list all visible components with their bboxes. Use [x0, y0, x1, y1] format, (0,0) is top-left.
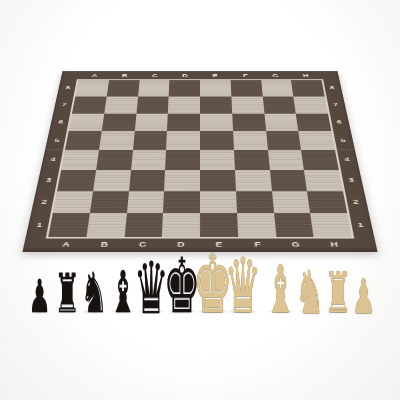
white-king-glyph: ♚: [193, 243, 233, 325]
file-labels-bottom: ABCDEFGH: [45, 237, 354, 252]
square-b8: [107, 80, 140, 96]
square-a7: [72, 96, 106, 113]
coord-label-4: 4: [335, 150, 359, 170]
square-g5: [266, 131, 302, 150]
piece-shadow: [166, 309, 198, 314]
square-c5: [133, 131, 168, 150]
square-h7: [293, 96, 327, 113]
white-queen-glyph: ♛: [224, 248, 261, 324]
white-bishop-glyph: ♝: [265, 257, 298, 323]
white-knight-glyph: ♞: [295, 262, 325, 322]
coord-label-F: F: [238, 237, 277, 252]
square-d5: [166, 131, 200, 150]
coord-label-E: E: [200, 71, 230, 80]
square-c2: [126, 191, 164, 213]
black-king-glyph: ♚: [163, 248, 200, 324]
coord-label-6: 6: [328, 113, 351, 131]
piece-shadow: [227, 309, 259, 314]
square-f7: [231, 96, 264, 113]
white-pawn-glyph: ♟: [352, 272, 376, 320]
square-g1: [274, 213, 314, 237]
square-h8: [291, 80, 324, 96]
square-g4: [268, 150, 305, 170]
square-b7: [104, 96, 138, 113]
coord-label-8: 8: [322, 80, 344, 96]
square-c1: [124, 213, 163, 237]
square-a3: [57, 170, 96, 191]
board-squares: [48, 80, 352, 237]
piece-shadow: [297, 309, 322, 314]
piece-shadow: [267, 309, 295, 314]
square-f4: [234, 150, 270, 170]
square-c7: [136, 96, 169, 113]
black-rook-glyph: ♜: [54, 267, 81, 321]
square-g3: [269, 170, 307, 191]
square-h3: [304, 170, 343, 191]
coord-label-C: C: [123, 237, 162, 252]
square-e2: [200, 191, 237, 213]
square-g7: [262, 96, 296, 113]
coord-label-G: G: [260, 71, 291, 80]
square-c6: [134, 113, 168, 131]
chessboard: ABCDEFGH ABCDEFGH 87654321 87654321: [22, 71, 377, 252]
square-e8: [200, 80, 231, 96]
square-a8: [75, 80, 108, 96]
square-f3: [235, 170, 272, 191]
coord-label-A: A: [78, 71, 110, 80]
square-b1: [86, 213, 126, 237]
piece-shadow: [82, 309, 106, 314]
coord-label-B: B: [109, 71, 140, 80]
square-a1: [48, 213, 89, 237]
square-h1: [310, 213, 351, 237]
square-f8: [230, 80, 262, 96]
square-d6: [167, 113, 200, 131]
square-b5: [99, 131, 135, 150]
coord-label-5: 5: [331, 131, 355, 150]
square-f1: [237, 213, 276, 237]
square-e6: [200, 113, 233, 131]
piece-shadow: [56, 309, 79, 314]
piece-shadow: [136, 309, 166, 314]
coord-label-H: H: [290, 71, 322, 80]
square-b2: [90, 191, 129, 213]
coord-label-C: C: [139, 71, 170, 80]
square-e4: [200, 150, 235, 170]
black-pawn-glyph: ♟: [29, 273, 52, 319]
coord-label-2: 2: [343, 191, 369, 213]
square-h6: [296, 113, 331, 131]
coord-label-F: F: [230, 71, 261, 80]
square-f6: [232, 113, 266, 131]
square-g2: [271, 191, 310, 213]
piece-shadow: [196, 309, 230, 314]
square-b4: [96, 150, 133, 170]
square-c8: [138, 80, 170, 96]
coord-label-7: 7: [325, 96, 347, 113]
square-b3: [93, 170, 131, 191]
piece-shadow: [30, 309, 49, 314]
coord-label-A: A: [45, 237, 86, 252]
square-a5: [65, 131, 101, 150]
square-h4: [301, 150, 339, 170]
square-d2: [163, 191, 200, 213]
coord-label-H: H: [314, 237, 355, 252]
coord-label-D: D: [161, 237, 200, 252]
piece-shadow: [354, 309, 374, 314]
square-e3: [200, 170, 236, 191]
black-bishop-glyph: ♝: [109, 263, 138, 321]
piece-shadow: [326, 309, 350, 314]
square-e5: [200, 131, 234, 150]
square-e7: [200, 96, 232, 113]
square-d3: [164, 170, 200, 191]
coord-label-G: G: [276, 237, 316, 252]
coord-label-3: 3: [339, 170, 364, 191]
white-rook-glyph: ♜: [324, 265, 352, 321]
square-d4: [165, 150, 200, 170]
square-c4: [131, 150, 167, 170]
coord-label-D: D: [170, 71, 200, 80]
black-knight-glyph: ♞: [80, 265, 108, 321]
square-g6: [264, 113, 299, 131]
black-queen-glyph: ♛: [133, 252, 169, 324]
square-a4: [61, 150, 99, 170]
file-labels-top: ABCDEFGH: [78, 71, 321, 80]
square-d7: [168, 96, 200, 113]
square-h5: [299, 131, 335, 150]
coord-label-B: B: [84, 237, 124, 252]
chessboard-perspective-wrap: ABCDEFGH ABCDEFGH 87654321 87654321: [22, 71, 377, 252]
square-f2: [236, 191, 274, 213]
piece-shadow: [111, 309, 135, 314]
coord-label-E: E: [200, 237, 239, 252]
product-photo-scene: ABCDEFGH ABCDEFGH 87654321 87654321 ♟♜♞♝…: [0, 0, 400, 400]
square-a6: [69, 113, 104, 131]
square-g8: [261, 80, 294, 96]
square-c3: [129, 170, 166, 191]
square-b6: [101, 113, 136, 131]
square-a2: [53, 191, 93, 213]
square-e1: [200, 213, 238, 237]
square-d1: [162, 213, 200, 237]
square-f5: [233, 131, 268, 150]
square-h2: [307, 191, 347, 213]
square-d8: [169, 80, 200, 96]
